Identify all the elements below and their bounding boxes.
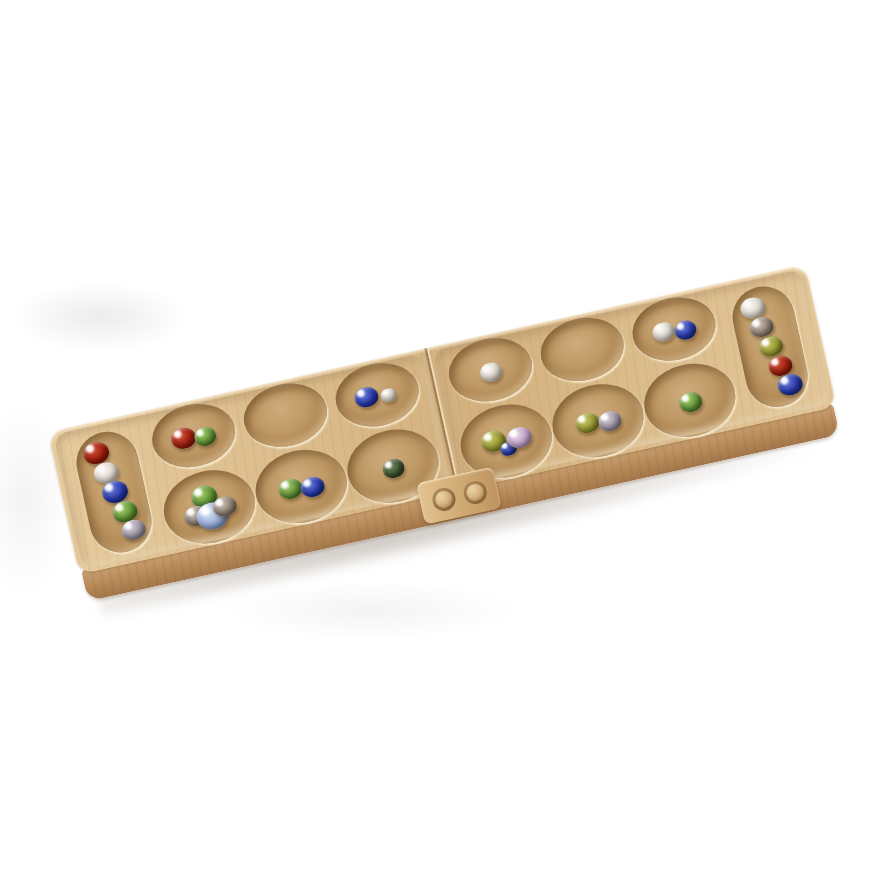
glass-bead-green (192, 424, 218, 447)
glass-bead-clear (651, 320, 677, 343)
glass-bead-clear (478, 360, 504, 383)
mancala-board (48, 264, 845, 610)
hinge-pin-left-icon (430, 485, 457, 512)
glass-bead-green (677, 390, 704, 415)
glass-bead-blue (299, 475, 327, 500)
glass-bead-blue (673, 318, 699, 341)
pit-back-2[interactable] (238, 376, 333, 455)
glass-bead-smoke_lavender (596, 409, 623, 434)
hinge-pin-right-icon (461, 478, 488, 505)
background-smudge (220, 580, 520, 640)
glass-bead-clear (379, 387, 398, 404)
pit-back-5[interactable] (535, 310, 630, 389)
store-left[interactable] (71, 426, 158, 559)
glass-bead-red (168, 425, 197, 451)
glass-bead-blue (353, 385, 381, 410)
pit-back-6[interactable] (626, 290, 721, 369)
glass-bead-dark_green (381, 456, 407, 479)
pit-back-1[interactable] (146, 396, 241, 475)
background-smudge (10, 282, 190, 352)
pit-back-3[interactable] (330, 356, 425, 435)
store-right[interactable] (727, 280, 814, 413)
glass-bead-olive (573, 411, 601, 436)
pit-back-4[interactable] (443, 330, 538, 409)
photo-background (0, 0, 888, 888)
